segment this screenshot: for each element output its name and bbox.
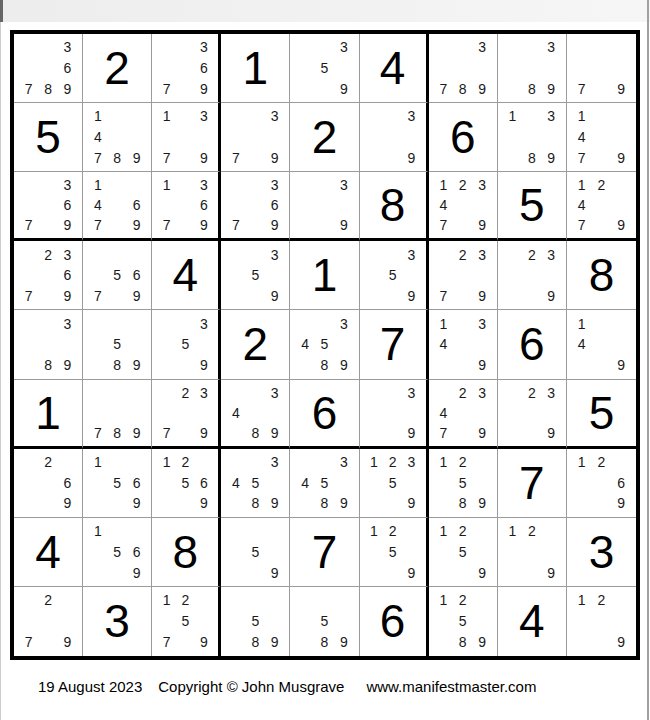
given-digit: 6 [360,587,426,656]
candidate-empty [503,403,522,423]
candidate-digit: 2 [176,590,195,611]
cell-r7c5[interactable]: 34589 [290,449,359,518]
cell-r4c9[interactable]: 8 [567,241,636,310]
candidate-digit: 6 [58,265,77,286]
candidate-empty [157,334,176,355]
candidate-digit: 4 [572,195,592,215]
candidate-empty [542,403,561,423]
candidate-empty [402,541,421,562]
candidate-empty [88,403,107,423]
cell-r9c1[interactable]: 279 [14,587,83,656]
candidate-digit: 9 [334,493,353,514]
candidate-empty [522,403,541,423]
candidate-digit: 5 [176,472,195,493]
candidate-empty [127,244,146,265]
candidate-digit: 5 [383,472,402,493]
candidate-digit: 7 [572,148,592,169]
candidate-digit: 6 [127,541,146,562]
candidate-digit: 6 [195,472,214,493]
candidate-empty [453,313,472,334]
candidate-empty [226,590,245,611]
candidate-empty [107,403,126,423]
candidate-digit: 2 [176,452,195,473]
candidate-grid: 589 [290,587,358,656]
candidate-digit: 5 [453,541,472,562]
candidate-empty [453,334,472,355]
cell-r5c5[interactable]: 34589 [290,310,359,379]
candidate-digit: 3 [402,383,421,403]
window-top-bar [0,0,650,22]
candidate-digit: 9 [195,78,214,99]
candidate-digit: 9 [195,493,214,514]
cell-r2c9[interactable]: 1479 [567,103,636,172]
candidate-digit: 7 [157,148,176,169]
candidate-empty [58,452,77,473]
candidate-empty [295,632,314,653]
candidate-digit: 8 [38,78,57,99]
candidate-empty [246,403,265,423]
cell-r3c2[interactable]: 14679 [83,172,152,241]
candidate-empty [572,611,592,632]
cell-r3c5[interactable]: 39 [290,172,359,241]
cell-r8c9[interactable]: 3 [567,518,636,587]
candidate-grid: 34589 [290,449,358,517]
candidate-grid: 1389 [498,103,566,171]
footer: 19 August 2023 Copyright © John Musgrave… [38,678,536,695]
candidate-digit: 4 [88,127,107,148]
candidate-empty [402,472,421,493]
candidate-grid: 149 [567,310,636,378]
candidate-digit: 5 [383,265,402,286]
candidate-empty [107,493,126,514]
candidate-empty [226,521,245,542]
candidate-empty [107,383,126,403]
cell-r5c9[interactable]: 149 [567,310,636,379]
candidate-empty [434,355,453,376]
candidate-digit: 7 [226,215,245,235]
cell-r8c6[interactable]: 1259 [360,518,429,587]
cell-r9c9[interactable]: 129 [567,587,636,656]
candidate-digit: 2 [38,590,57,611]
candidate-empty [19,195,38,215]
candidate-digit: 5 [453,472,472,493]
cell-r5c3[interactable]: 359 [152,310,221,379]
candidate-empty [19,175,38,195]
candidate-digit: 3 [542,106,561,127]
candidate-digit: 2 [383,521,402,542]
cell-r5c8[interactable]: 6 [498,310,567,379]
given-digit: 4 [152,241,218,309]
candidate-empty [542,265,561,286]
candidate-grid: 79 [567,34,636,102]
candidate-empty [195,590,214,611]
candidate-empty [226,244,245,265]
candidate-digit: 5 [246,265,265,286]
candidate-empty [176,423,195,443]
candidate-digit: 1 [157,106,176,127]
candidate-empty [19,590,38,611]
candidate-digit: 1 [157,175,176,195]
given-digit: 6 [498,310,566,378]
candidate-empty [127,127,146,148]
candidate-empty [315,175,334,195]
cell-r3c1[interactable]: 3679 [14,172,83,241]
candidate-empty [334,334,353,355]
candidate-digit: 9 [127,562,146,583]
cell-r9c6[interactable]: 6 [360,587,429,656]
candidate-digit: 3 [265,383,284,403]
candidate-digit: 7 [19,632,38,653]
cell-r9c4[interactable]: 589 [221,587,290,656]
candidate-digit: 5 [107,265,126,286]
cell-r6c3[interactable]: 2379 [152,380,221,449]
candidate-empty [295,195,314,215]
candidate-digit: 1 [434,452,453,473]
candidate-empty [334,611,353,632]
candidate-empty [176,313,195,334]
candidate-grid: 379 [221,103,289,171]
candidate-empty [472,521,491,542]
candidate-empty [58,590,77,611]
cell-r1c7[interactable]: 3789 [429,34,498,103]
candidate-digit: 9 [58,286,77,307]
candidate-digit: 9 [265,215,284,235]
cell-r8c7[interactable]: 1259 [429,518,498,587]
cell-r5c4[interactable]: 2 [221,310,290,379]
candidate-empty [176,195,195,215]
candidate-empty [226,541,245,562]
cell-r8c8[interactable]: 129 [498,518,567,587]
candidate-digit: 9 [542,148,561,169]
candidate-empty [226,423,245,443]
candidate-empty [453,423,472,443]
candidate-digit: 5 [315,334,334,355]
candidate-digit: 3 [542,37,561,58]
candidate-digit: 7 [157,423,176,443]
candidate-empty [157,611,176,632]
candidate-empty [572,472,592,493]
candidate-digit: 4 [295,472,314,493]
candidate-digit: 5 [246,541,265,562]
cell-r9c5[interactable]: 589 [290,587,359,656]
cell-r4c3[interactable]: 4 [152,241,221,310]
given-digit: 8 [567,241,636,309]
cell-r6c2[interactable]: 789 [83,380,152,449]
cell-r1c5[interactable]: 359 [290,34,359,103]
candidate-digit: 9 [127,286,146,307]
given-digit: 5 [567,380,636,446]
candidate-digit: 3 [472,37,491,58]
cell-r9c8[interactable]: 4 [498,587,567,656]
candidate-digit: 2 [383,452,402,473]
cell-r2c2[interactable]: 14789 [83,103,152,172]
candidate-empty [383,106,402,127]
candidate-digit: 4 [434,195,453,215]
cell-r7c2[interactable]: 1569 [83,449,152,518]
candidate-empty [592,195,612,215]
candidate-empty [88,541,107,562]
candidate-digit: 6 [58,195,77,215]
given-digit: 5 [14,103,82,171]
candidate-empty [383,423,402,443]
candidate-digit: 9 [127,355,146,376]
given-digit: 1 [14,380,82,446]
cell-r6c9[interactable]: 5 [567,380,636,449]
candidate-empty [365,106,384,127]
candidate-empty [295,58,314,79]
candidate-empty [383,403,402,423]
candidate-empty [246,175,265,195]
candidate-empty [157,472,176,493]
candidate-digit: 1 [434,313,453,334]
cell-r8c1[interactable]: 4 [14,518,83,587]
candidate-empty [127,175,146,195]
candidate-digit: 3 [402,452,421,473]
candidate-digit: 9 [472,215,491,235]
candidate-empty [157,493,176,514]
cell-r1c6[interactable]: 4 [360,34,429,103]
candidate-empty [127,383,146,403]
cell-r2c1[interactable]: 5 [14,103,83,172]
cell-r1c3[interactable]: 3679 [152,34,221,103]
candidate-empty [295,37,314,58]
candidate-empty [503,78,522,99]
candidate-empty [157,403,176,423]
candidate-digit: 9 [402,493,421,514]
candidate-grid: 589 [221,587,289,656]
cell-r1c4[interactable]: 1 [221,34,290,103]
candidate-digit: 4 [572,334,592,355]
cell-r4c2[interactable]: 5679 [83,241,152,310]
cell-r5c2[interactable]: 589 [83,310,152,379]
candidate-empty [38,493,57,514]
candidate-digit: 3 [472,244,491,265]
cell-r3c3[interactable]: 13679 [152,172,221,241]
candidate-digit: 9 [265,562,284,583]
candidate-empty [246,215,265,235]
candidate-empty [472,611,491,632]
candidate-digit: 1 [157,590,176,611]
candidate-grid: 14679 [83,172,151,238]
cell-r4c1[interactable]: 23679 [14,241,83,310]
candidate-empty [226,127,245,148]
candidate-digit: 2 [38,244,57,265]
cell-r9c2[interactable]: 3 [83,587,152,656]
candidate-empty [592,334,612,355]
candidate-digit: 3 [58,37,77,58]
candidate-empty [176,37,195,58]
candidate-grid: 389 [498,34,566,102]
cell-r2c6[interactable]: 39 [360,103,429,172]
candidate-empty [592,215,612,235]
cell-r1c9[interactable]: 79 [567,34,636,103]
candidate-empty [572,493,592,514]
candidate-empty [226,195,245,215]
cell-r4c4[interactable]: 359 [221,241,290,310]
candidate-digit: 9 [402,423,421,443]
candidate-empty [295,452,314,473]
candidate-empty [195,334,214,355]
candidate-empty [226,265,245,286]
candidate-digit: 5 [315,611,334,632]
cell-r7c1[interactable]: 269 [14,449,83,518]
cell-r7c3[interactable]: 12569 [152,449,221,518]
candidate-empty [265,541,284,562]
candidate-empty [522,265,541,286]
cell-r2c7[interactable]: 6 [429,103,498,172]
cell-r9c3[interactable]: 12579 [152,587,221,656]
cell-r7c8[interactable]: 7 [498,449,567,518]
candidate-empty [176,632,195,653]
candidate-digit: 9 [472,562,491,583]
candidate-empty [246,521,265,542]
cell-r2c8[interactable]: 1389 [498,103,567,172]
candidate-grid: 389 [14,310,82,378]
candidate-empty [19,265,38,286]
candidate-empty [88,244,107,265]
cell-r6c8[interactable]: 239 [498,380,567,449]
candidate-digit: 9 [127,148,146,169]
cell-r4c7[interactable]: 2379 [429,241,498,310]
candidate-empty [572,37,592,58]
cell-r7c9[interactable]: 1269 [567,449,636,518]
candidate-digit: 7 [226,148,245,169]
candidate-empty [315,78,334,99]
candidate-empty [315,452,334,473]
candidate-empty [592,493,612,514]
cell-r6c6[interactable]: 39 [360,380,429,449]
candidate-empty [195,127,214,148]
candidate-empty [38,58,57,79]
candidate-grid: 34589 [290,310,358,378]
candidate-empty [611,452,631,473]
given-digit: 1 [221,34,289,102]
cell-r1c1[interactable]: 36789 [14,34,83,103]
candidate-empty [453,286,472,307]
cell-r4c8[interactable]: 239 [498,241,567,310]
candidate-empty [295,175,314,195]
candidate-grid: 1379 [152,103,218,171]
cell-r7c7[interactable]: 12589 [429,449,498,518]
candidate-empty [334,58,353,79]
candidate-empty [402,521,421,542]
candidate-empty [472,334,491,355]
cell-r9c7[interactable]: 12589 [429,587,498,656]
cell-r7c4[interactable]: 34589 [221,449,290,518]
cell-r8c4[interactable]: 59 [221,518,290,587]
candidate-empty [88,383,107,403]
candidate-digit: 1 [434,590,453,611]
candidate-empty [295,215,314,235]
cell-r8c3[interactable]: 8 [152,518,221,587]
candidate-empty [38,632,57,653]
cell-r3c4[interactable]: 3679 [221,172,290,241]
candidate-empty [107,452,126,473]
candidate-empty [195,452,214,473]
candidate-grid: 3489 [221,380,289,446]
cell-r6c4[interactable]: 3489 [221,380,290,449]
candidate-empty [383,562,402,583]
candidate-digit: 9 [265,493,284,514]
candidate-empty [522,58,541,79]
cell-r2c3[interactable]: 1379 [152,103,221,172]
cell-r7c6[interactable]: 12359 [360,449,429,518]
candidate-empty [107,215,126,235]
candidate-digit: 1 [572,590,592,611]
given-digit: 8 [152,518,218,586]
candidate-digit: 3 [195,106,214,127]
cell-r1c2[interactable]: 2 [83,34,152,103]
candidate-empty [453,215,472,235]
candidate-empty [592,611,612,632]
cell-r8c2[interactable]: 1569 [83,518,152,587]
candidate-empty [503,265,522,286]
candidate-digit: 3 [265,175,284,195]
cell-r2c4[interactable]: 379 [221,103,290,172]
candidate-empty [157,195,176,215]
candidate-grid: 39 [360,103,426,171]
candidate-empty [472,541,491,562]
cell-r3c8[interactable]: 5 [498,172,567,241]
candidate-empty [295,78,314,99]
candidate-digit: 7 [88,148,107,169]
candidate-empty [295,355,314,376]
candidate-empty [572,355,592,376]
candidate-empty [176,58,195,79]
cell-r4c6[interactable]: 359 [360,241,429,310]
candidate-digit: 9 [402,148,421,169]
given-digit: 2 [290,103,358,171]
cell-r1c8[interactable]: 389 [498,34,567,103]
candidate-grid: 39 [290,172,358,238]
candidate-digit: 9 [542,78,561,99]
candidate-digit: 9 [127,215,146,235]
candidate-digit: 2 [522,383,541,403]
cell-r5c6[interactable]: 7 [360,310,429,379]
candidate-digit: 2 [592,590,612,611]
cell-r3c6[interactable]: 8 [360,172,429,241]
candidate-empty [592,632,612,653]
candidate-empty [265,521,284,542]
cell-r5c1[interactable]: 389 [14,310,83,379]
candidate-empty [315,590,334,611]
candidate-grid: 3679 [152,34,218,102]
candidate-empty [176,215,195,235]
candidate-digit: 9 [402,286,421,307]
candidate-empty [503,383,522,403]
cell-r6c5[interactable]: 6 [290,380,359,449]
cell-r2c5[interactable]: 2 [290,103,359,172]
candidate-digit: 5 [315,472,334,493]
sudoku-board: 3678923679135943789389795147891379379239… [10,30,640,660]
cell-r3c9[interactable]: 12479 [567,172,636,241]
candidate-digit: 9 [542,423,561,443]
candidate-digit: 2 [453,175,472,195]
given-digit: 3 [83,587,151,656]
candidate-empty [365,244,384,265]
candidate-grid: 36789 [14,34,82,102]
cell-r5c7[interactable]: 1349 [429,310,498,379]
cell-r8c5[interactable]: 7 [290,518,359,587]
cell-r4c5[interactable]: 1 [290,241,359,310]
candidate-empty [503,58,522,79]
cell-r3c7[interactable]: 123479 [429,172,498,241]
candidate-digit: 9 [127,423,146,443]
candidate-grid: 359 [360,241,426,309]
cell-r6c7[interactable]: 23479 [429,380,498,449]
candidate-empty [453,265,472,286]
cell-r6c1[interactable]: 1 [14,380,83,449]
